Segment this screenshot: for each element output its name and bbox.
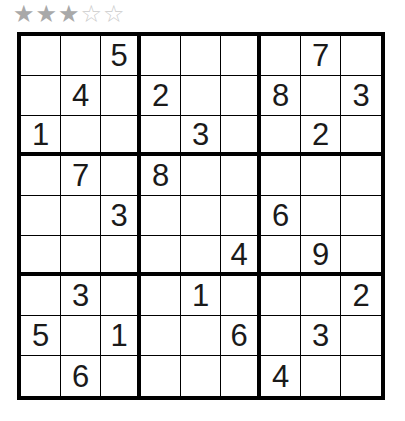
cell-r2c2[interactable]: 4 xyxy=(61,76,101,116)
cell-r7c4[interactable] xyxy=(141,276,181,316)
cell-r9c9[interactable] xyxy=(341,356,381,396)
cell-r4c4[interactable]: 8 xyxy=(141,156,181,196)
cell-r9c3[interactable] xyxy=(101,356,141,396)
cell-r6c9[interactable] xyxy=(341,236,381,276)
cell-r9c8[interactable] xyxy=(301,356,341,396)
cell-r8c7[interactable] xyxy=(261,316,301,356)
cell-r5c1[interactable] xyxy=(21,196,61,236)
cell-r8c3[interactable]: 1 xyxy=(101,316,141,356)
cell-r7c1[interactable] xyxy=(21,276,61,316)
cell-r9c7[interactable]: 4 xyxy=(261,356,301,396)
cell-r3c7[interactable] xyxy=(261,116,301,156)
cell-r1c2[interactable] xyxy=(61,36,101,76)
cell-r6c5[interactable] xyxy=(181,236,221,276)
cell-r8c6[interactable]: 6 xyxy=(221,316,261,356)
cell-r5c2[interactable] xyxy=(61,196,101,236)
cell-r8c5[interactable] xyxy=(181,316,221,356)
cell-r7c8[interactable] xyxy=(301,276,341,316)
cell-r1c5[interactable] xyxy=(181,36,221,76)
cell-r1c6[interactable] xyxy=(221,36,261,76)
cell-r2c3[interactable] xyxy=(101,76,141,116)
cell-r2c7[interactable]: 8 xyxy=(261,76,301,116)
difficulty-rating: ★★★☆☆ xyxy=(13,1,126,27)
cell-r4c5[interactable] xyxy=(181,156,221,196)
cell-r6c6[interactable]: 4 xyxy=(221,236,261,276)
cell-r3c9[interactable] xyxy=(341,116,381,156)
cell-r9c6[interactable] xyxy=(221,356,261,396)
cell-r8c9[interactable] xyxy=(341,316,381,356)
cell-r5c9[interactable] xyxy=(341,196,381,236)
cell-r2c4[interactable]: 2 xyxy=(141,76,181,116)
sudoku-page: ★★★☆☆ 574283132783649312516364 xyxy=(0,0,405,421)
cell-r8c1[interactable]: 5 xyxy=(21,316,61,356)
cell-r3c5[interactable]: 3 xyxy=(181,116,221,156)
cell-r2c8[interactable] xyxy=(301,76,341,116)
cell-r9c2[interactable]: 6 xyxy=(61,356,101,396)
cell-r5c3[interactable]: 3 xyxy=(101,196,141,236)
cell-r9c1[interactable] xyxy=(21,356,61,396)
cell-r7c5[interactable]: 1 xyxy=(181,276,221,316)
cell-r7c2[interactable]: 3 xyxy=(61,276,101,316)
cell-r9c4[interactable] xyxy=(141,356,181,396)
cell-r1c8[interactable]: 7 xyxy=(301,36,341,76)
cell-r5c5[interactable] xyxy=(181,196,221,236)
cell-r6c7[interactable] xyxy=(261,236,301,276)
cell-r1c3[interactable]: 5 xyxy=(101,36,141,76)
cell-r6c4[interactable] xyxy=(141,236,181,276)
cell-r7c7[interactable] xyxy=(261,276,301,316)
difficulty-star-empty-icon: ☆ xyxy=(81,0,104,27)
cell-r5c6[interactable] xyxy=(221,196,261,236)
cell-r3c2[interactable] xyxy=(61,116,101,156)
difficulty-star-filled-icon: ★ xyxy=(58,0,81,27)
cell-r3c1[interactable]: 1 xyxy=(21,116,61,156)
cell-r4c8[interactable] xyxy=(301,156,341,196)
cell-r2c6[interactable] xyxy=(221,76,261,116)
cell-r4c2[interactable]: 7 xyxy=(61,156,101,196)
difficulty-star-filled-icon: ★ xyxy=(13,0,36,27)
cell-r6c8[interactable]: 9 xyxy=(301,236,341,276)
cell-r1c7[interactable] xyxy=(261,36,301,76)
cell-r8c4[interactable] xyxy=(141,316,181,356)
cell-r4c3[interactable] xyxy=(101,156,141,196)
cell-r3c6[interactable] xyxy=(221,116,261,156)
cell-r9c5[interactable] xyxy=(181,356,221,396)
cell-r6c3[interactable] xyxy=(101,236,141,276)
cell-r2c5[interactable] xyxy=(181,76,221,116)
cell-r2c1[interactable] xyxy=(21,76,61,116)
cell-r7c3[interactable] xyxy=(101,276,141,316)
cell-r8c8[interactable]: 3 xyxy=(301,316,341,356)
cell-r3c8[interactable]: 2 xyxy=(301,116,341,156)
sudoku-board: 574283132783649312516364 xyxy=(17,32,385,400)
cell-r4c6[interactable] xyxy=(221,156,261,196)
cell-r3c3[interactable] xyxy=(101,116,141,156)
cell-r8c2[interactable] xyxy=(61,316,101,356)
cell-r4c9[interactable] xyxy=(341,156,381,196)
cell-r1c1[interactable] xyxy=(21,36,61,76)
cell-r1c9[interactable] xyxy=(341,36,381,76)
cell-r7c6[interactable] xyxy=(221,276,261,316)
cell-r6c1[interactable] xyxy=(21,236,61,276)
cell-r3c4[interactable] xyxy=(141,116,181,156)
difficulty-star-filled-icon: ★ xyxy=(36,0,59,27)
cell-r6c2[interactable] xyxy=(61,236,101,276)
cell-r1c4[interactable] xyxy=(141,36,181,76)
cell-r7c9[interactable]: 2 xyxy=(341,276,381,316)
cell-r5c4[interactable] xyxy=(141,196,181,236)
cell-r5c8[interactable] xyxy=(301,196,341,236)
cell-r4c1[interactable] xyxy=(21,156,61,196)
cell-r5c7[interactable]: 6 xyxy=(261,196,301,236)
cell-r4c7[interactable] xyxy=(261,156,301,196)
cell-r2c9[interactable]: 3 xyxy=(341,76,381,116)
difficulty-star-empty-icon: ☆ xyxy=(103,0,126,27)
